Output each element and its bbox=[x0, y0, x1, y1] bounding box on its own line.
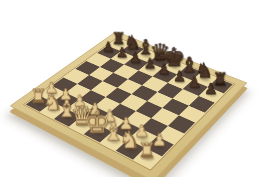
piece-black-pawn-h7: ♟ bbox=[204, 81, 217, 96]
board-playfield: ♜♞♝♛♚♝♞♜♟♟♟♟♟♟♟♟♟♟♟♟♟♟♟♟♜♞♝♛♚♝♞♜ bbox=[24, 37, 234, 169]
board-frame: ♜♞♝♛♚♝♞♜♟♟♟♟♟♟♟♟♟♟♟♟♟♟♟♟♜♞♝♛♚♝♞♜ bbox=[10, 31, 248, 177]
board-3d: ♜♞♝♛♚♝♞♜♟♟♟♟♟♟♟♟♟♟♟♟♟♟♟♟♜♞♝♛♚♝♞♜ bbox=[10, 31, 248, 177]
chess-board: ♜♞♝♛♚♝♞♜♟♟♟♟♟♟♟♟♟♟♟♟♟♟♟♟♜♞♝♛♚♝♞♜ bbox=[26, 38, 233, 168]
chess-set-photo: { "game": "chess", "scene": { "type": "w… bbox=[0, 0, 270, 177]
piece-black-pawn-b7: ♟ bbox=[116, 45, 128, 59]
scene: ♜♞♝♛♚♝♞♜♟♟♟♟♟♟♟♟♟♟♟♟♟♟♟♟♜♞♝♛♚♝♞♜ bbox=[0, 0, 270, 177]
piece-black-pawn-f7: ♟ bbox=[173, 69, 186, 84]
piece-black-pawn-e7: ♟ bbox=[158, 63, 171, 77]
piece-black-pawn-g7: ♟ bbox=[188, 75, 201, 90]
piece-black-pawn-d7: ♟ bbox=[144, 57, 157, 71]
piece-black-pawn-c7: ♟ bbox=[129, 51, 142, 65]
piece-white-rook-h1: ♜ bbox=[138, 140, 156, 161]
piece-black-pawn-a7: ♟ bbox=[102, 40, 114, 54]
